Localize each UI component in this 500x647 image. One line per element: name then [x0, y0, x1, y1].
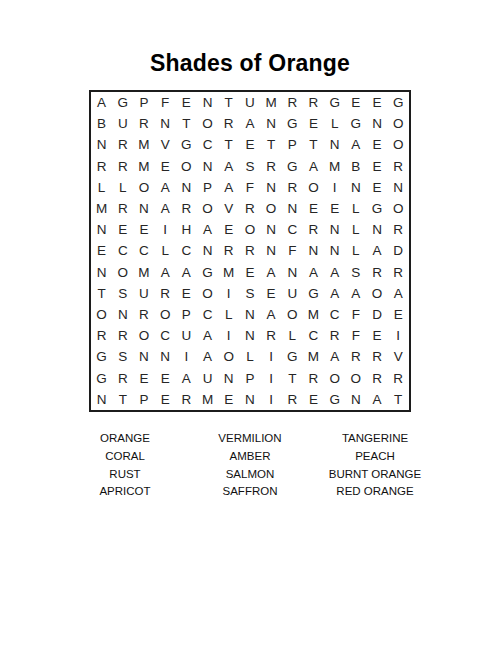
- grid-cell-r6c15[interactable]: O: [388, 198, 409, 219]
- grid-cell-r3c15[interactable]: O: [388, 134, 409, 155]
- grid-cell-r4c11[interactable]: A: [303, 156, 324, 177]
- grid-cell-r3c12[interactable]: N: [324, 134, 345, 155]
- grid-cell-r14c7[interactable]: N: [218, 367, 239, 388]
- grid-cell-r8c9[interactable]: N: [261, 240, 282, 261]
- grid-cell-r2c4[interactable]: N: [155, 113, 176, 134]
- grid-cell-r8c2[interactable]: C: [112, 240, 133, 261]
- grid-cell-r7c9[interactable]: N: [261, 219, 282, 240]
- grid-cell-r13c6[interactable]: A: [197, 346, 218, 367]
- grid-cell-r4c8[interactable]: S: [239, 156, 260, 177]
- grid-cell-r13c2[interactable]: S: [112, 346, 133, 367]
- grid-cell-r14c11[interactable]: R: [303, 367, 324, 388]
- grid-cell-r9c2[interactable]: O: [112, 262, 133, 283]
- grid-cell-r5c2[interactable]: L: [112, 177, 133, 198]
- grid-cell-r6c6[interactable]: O: [197, 198, 218, 219]
- grid-cell-r10c9[interactable]: E: [261, 283, 282, 304]
- grid-cell-r7c15[interactable]: R: [388, 219, 409, 240]
- grid-cell-r4c7[interactable]: A: [218, 156, 239, 177]
- grid-cell-r6c10[interactable]: N: [282, 198, 303, 219]
- grid-cell-r5c3[interactable]: O: [133, 177, 154, 198]
- grid-cell-r4c13[interactable]: B: [345, 156, 366, 177]
- grid-cell-r1c8[interactable]: U: [239, 92, 260, 113]
- grid-cell-r12c14[interactable]: E: [366, 325, 387, 346]
- grid-cell-r3c10[interactable]: P: [282, 134, 303, 155]
- grid-cell-r11c2[interactable]: N: [112, 304, 133, 325]
- grid-cell-r5c15[interactable]: N: [388, 177, 409, 198]
- grid-cell-r1c3[interactable]: P: [133, 92, 154, 113]
- grid-cell-r13c11[interactable]: M: [303, 346, 324, 367]
- grid-cell-r7c2[interactable]: E: [112, 219, 133, 240]
- grid-cell-r2c3[interactable]: R: [133, 113, 154, 134]
- grid-cell-r11c10[interactable]: O: [282, 304, 303, 325]
- grid-cell-r1c5[interactable]: E: [176, 92, 197, 113]
- grid-cell-r14c5[interactable]: A: [176, 367, 197, 388]
- grid-cell-r7c10[interactable]: C: [282, 219, 303, 240]
- grid-cell-r10c5[interactable]: E: [176, 283, 197, 304]
- grid-cell-r2c9[interactable]: N: [261, 113, 282, 134]
- word-list-column-3: TANGERINEPEACHBURNT ORANGERED ORANGE: [313, 430, 438, 501]
- grid-cell-r11c8[interactable]: N: [239, 304, 260, 325]
- grid-cell-r3c14[interactable]: E: [366, 134, 387, 155]
- grid-cell-r7c12[interactable]: N: [324, 219, 345, 240]
- grid-cell-r2c12[interactable]: L: [324, 113, 345, 134]
- grid-cell-r12c1[interactable]: R: [91, 325, 112, 346]
- grid-cell-r7c1[interactable]: N: [91, 219, 112, 240]
- grid-cell-r10c4[interactable]: R: [155, 283, 176, 304]
- grid-cell-r7c4[interactable]: I: [155, 219, 176, 240]
- grid-cell-r7c7[interactable]: E: [218, 219, 239, 240]
- word-list-item: VERMILION: [188, 430, 313, 448]
- grid-cell-r11c4[interactable]: O: [155, 304, 176, 325]
- grid-cell-r10c8[interactable]: S: [239, 283, 260, 304]
- grid-cell-r3c6[interactable]: C: [197, 134, 218, 155]
- grid-cell-r10c12[interactable]: A: [324, 283, 345, 304]
- grid-cell-r15c8[interactable]: N: [239, 389, 260, 410]
- word-list-item: CORAL: [63, 448, 188, 466]
- grid-cell-r14c14[interactable]: R: [366, 367, 387, 388]
- grid-cell-r10c1[interactable]: T: [91, 283, 112, 304]
- grid-cell-r3c5[interactable]: G: [176, 134, 197, 155]
- grid-cell-r8c15[interactable]: D: [388, 240, 409, 261]
- grid-cell-r12c12[interactable]: R: [324, 325, 345, 346]
- grid-cell-r2c8[interactable]: A: [239, 113, 260, 134]
- word-search-grid: AGPFENTUMRRGEEGBURNTORANGELGNONRMVGCTETP…: [89, 90, 411, 412]
- grid-cell-r5c11[interactable]: O: [303, 177, 324, 198]
- grid-cell-r13c1[interactable]: G: [91, 346, 112, 367]
- grid-cell-r4c10[interactable]: G: [282, 156, 303, 177]
- word-list-item: RED ORANGE: [313, 483, 438, 501]
- word-list-item: BURNT ORANGE: [313, 466, 438, 484]
- grid-cell-r2c6[interactable]: O: [197, 113, 218, 134]
- grid-cell-r1c15[interactable]: G: [388, 92, 409, 113]
- grid-cell-r14c13[interactable]: O: [345, 367, 366, 388]
- grid-cell-r3c2[interactable]: R: [112, 134, 133, 155]
- grid-cell-r10c7[interactable]: I: [218, 283, 239, 304]
- grid-cell-r4c2[interactable]: R: [112, 156, 133, 177]
- grid-cell-r7c8[interactable]: O: [239, 219, 260, 240]
- grid-cell-r9c14[interactable]: R: [366, 262, 387, 283]
- grid-cell-r13c9[interactable]: I: [261, 346, 282, 367]
- grid-cell-r2c13[interactable]: G: [345, 113, 366, 134]
- grid-cell-r15c15[interactable]: T: [388, 389, 409, 410]
- grid-cell-r1c2[interactable]: G: [112, 92, 133, 113]
- grid-cell-r1c14[interactable]: E: [366, 92, 387, 113]
- grid-cell-r6c5[interactable]: R: [176, 198, 197, 219]
- grid-cell-r13c13[interactable]: R: [345, 346, 366, 367]
- grid-cell-r8c7[interactable]: R: [218, 240, 239, 261]
- grid-cell-r13c5[interactable]: I: [176, 346, 197, 367]
- grid-cell-r6c4[interactable]: A: [155, 198, 176, 219]
- grid-cell-r10c14[interactable]: O: [366, 283, 387, 304]
- grid-cell-r5c13[interactable]: N: [345, 177, 366, 198]
- grid-cell-r2c7[interactable]: R: [218, 113, 239, 134]
- grid-cell-r14c10[interactable]: T: [282, 367, 303, 388]
- grid-cell-r8c3[interactable]: C: [133, 240, 154, 261]
- grid-cell-r10c3[interactable]: U: [133, 283, 154, 304]
- grid-cell-r12c11[interactable]: C: [303, 325, 324, 346]
- grid-cell-r4c5[interactable]: O: [176, 156, 197, 177]
- grid-cell-r12c4[interactable]: C: [155, 325, 176, 346]
- grid-cell-r10c13[interactable]: A: [345, 283, 366, 304]
- word-list-item: ORANGE: [63, 430, 188, 448]
- grid-cell-r3c4[interactable]: V: [155, 134, 176, 155]
- grid-cell-r3c7[interactable]: T: [218, 134, 239, 155]
- grid-cell-r14c12[interactable]: O: [324, 367, 345, 388]
- grid-cell-r6c14[interactable]: G: [366, 198, 387, 219]
- grid-cell-r9c3[interactable]: M: [133, 262, 154, 283]
- grid-cell-r15c9[interactable]: I: [261, 389, 282, 410]
- grid-cell-r8c10[interactable]: F: [282, 240, 303, 261]
- grid-cell-r13c8[interactable]: L: [239, 346, 260, 367]
- grid-cell-r13c15[interactable]: V: [388, 346, 409, 367]
- grid-cell-r14c3[interactable]: E: [133, 367, 154, 388]
- grid-cell-r15c7[interactable]: E: [218, 389, 239, 410]
- grid-cell-r4c14[interactable]: E: [366, 156, 387, 177]
- grid-cell-r6c11[interactable]: E: [303, 198, 324, 219]
- grid-cell-r6c12[interactable]: E: [324, 198, 345, 219]
- grid-cell-r9c15[interactable]: R: [388, 262, 409, 283]
- grid-cell-r3c13[interactable]: A: [345, 134, 366, 155]
- grid-cell-r14c6[interactable]: U: [197, 367, 218, 388]
- grid-cell-r8c4[interactable]: L: [155, 240, 176, 261]
- grid-cell-r10c2[interactable]: S: [112, 283, 133, 304]
- word-list-item: PEACH: [313, 448, 438, 466]
- grid-cell-r9c5[interactable]: A: [176, 262, 197, 283]
- grid-cell-r4c15[interactable]: R: [388, 156, 409, 177]
- grid-cell-r7c3[interactable]: E: [133, 219, 154, 240]
- grid-cell-r6c8[interactable]: R: [239, 198, 260, 219]
- grid-cell-r7c5[interactable]: H: [176, 219, 197, 240]
- word-list-item: SALMON: [188, 466, 313, 484]
- grid-cell-r5c7[interactable]: A: [218, 177, 239, 198]
- grid-cell-r13c12[interactable]: A: [324, 346, 345, 367]
- grid-cell-r14c2[interactable]: R: [112, 367, 133, 388]
- grid-cell-r12c13[interactable]: F: [345, 325, 366, 346]
- grid-cell-r15c13[interactable]: N: [345, 389, 366, 410]
- grid-cell-r15c4[interactable]: E: [155, 389, 176, 410]
- grid-cell-r3c11[interactable]: T: [303, 134, 324, 155]
- grid-cell-r9c1[interactable]: N: [91, 262, 112, 283]
- grid-cell-r1c10[interactable]: R: [282, 92, 303, 113]
- grid-cell-r7c11[interactable]: R: [303, 219, 324, 240]
- word-list: ORANGECORALRUSTAPRICOTVERMILIONAMBERSALM…: [63, 430, 438, 501]
- grid-cell-r5c6[interactable]: P: [197, 177, 218, 198]
- word-list-column-2: VERMILIONAMBERSALMONSAFFRON: [188, 430, 313, 501]
- grid-cell-r2c14[interactable]: N: [366, 113, 387, 134]
- grid-cell-r14c8[interactable]: P: [239, 367, 260, 388]
- grid-cell-r12c2[interactable]: R: [112, 325, 133, 346]
- grid-cell-r7c13[interactable]: L: [345, 219, 366, 240]
- grid-cell-r13c3[interactable]: N: [133, 346, 154, 367]
- grid-cell-r8c1[interactable]: E: [91, 240, 112, 261]
- grid-cell-r2c10[interactable]: G: [282, 113, 303, 134]
- grid-cell-r2c11[interactable]: E: [303, 113, 324, 134]
- grid-cell-r7c6[interactable]: A: [197, 219, 218, 240]
- grid-cell-r9c4[interactable]: A: [155, 262, 176, 283]
- grid-cell-r1c12[interactable]: G: [324, 92, 345, 113]
- grid-cell-r2c15[interactable]: O: [388, 113, 409, 134]
- word-list-item: RUST: [63, 466, 188, 484]
- grid-cell-r4c6[interactable]: N: [197, 156, 218, 177]
- grid-cell-r11c13[interactable]: F: [345, 304, 366, 325]
- grid-cell-r12c10[interactable]: L: [282, 325, 303, 346]
- grid-cell-r6c1[interactable]: M: [91, 198, 112, 219]
- grid-cell-r11c6[interactable]: C: [197, 304, 218, 325]
- grid-cell-r1c13[interactable]: E: [345, 92, 366, 113]
- grid-cell-r12c3[interactable]: O: [133, 325, 154, 346]
- grid-cell-r14c9[interactable]: I: [261, 367, 282, 388]
- grid-cell-r10c11[interactable]: G: [303, 283, 324, 304]
- grid-cell-r15c2[interactable]: T: [112, 389, 133, 410]
- grid-cell-r1c11[interactable]: R: [303, 92, 324, 113]
- grid-cell-r4c4[interactable]: E: [155, 156, 176, 177]
- grid-cell-r10c15[interactable]: A: [388, 283, 409, 304]
- grid-cell-r13c10[interactable]: G: [282, 346, 303, 367]
- grid-cell-r9c11[interactable]: A: [303, 262, 324, 283]
- grid-cell-r8c14[interactable]: A: [366, 240, 387, 261]
- grid-cell-r11c3[interactable]: R: [133, 304, 154, 325]
- grid-cell-r11c15[interactable]: E: [388, 304, 409, 325]
- grid-cell-r14c1[interactable]: G: [91, 367, 112, 388]
- grid-cell-r11c7[interactable]: L: [218, 304, 239, 325]
- grid-cell-r5c14[interactable]: E: [366, 177, 387, 198]
- grid-cell-r10c6[interactable]: O: [197, 283, 218, 304]
- grid-cell-r7c14[interactable]: N: [366, 219, 387, 240]
- grid-cell-r15c10[interactable]: R: [282, 389, 303, 410]
- grid-cell-r5c4[interactable]: A: [155, 177, 176, 198]
- grid-cell-r11c11[interactable]: M: [303, 304, 324, 325]
- grid-cell-r11c9[interactable]: A: [261, 304, 282, 325]
- grid-cell-r6c7[interactable]: V: [218, 198, 239, 219]
- grid-cell-r12c15[interactable]: I: [388, 325, 409, 346]
- grid-cell-r9c6[interactable]: G: [197, 262, 218, 283]
- grid-cell-r15c5[interactable]: R: [176, 389, 197, 410]
- grid-cell-r9c8[interactable]: E: [239, 262, 260, 283]
- grid-cell-r2c5[interactable]: T: [176, 113, 197, 134]
- grid-cell-r1c1[interactable]: A: [91, 92, 112, 113]
- grid-cell-r11c1[interactable]: O: [91, 304, 112, 325]
- grid-cell-r8c11[interactable]: N: [303, 240, 324, 261]
- grid-cell-r8c12[interactable]: N: [324, 240, 345, 261]
- grid-cell-r11c12[interactable]: C: [324, 304, 345, 325]
- grid-cell-r5c9[interactable]: N: [261, 177, 282, 198]
- grid-cell-r12c6[interactable]: A: [197, 325, 218, 346]
- grid-cell-r5c12[interactable]: I: [324, 177, 345, 198]
- grid-cell-r15c3[interactable]: P: [133, 389, 154, 410]
- word-list-item: AMBER: [188, 448, 313, 466]
- grid-cell-r15c1[interactable]: N: [91, 389, 112, 410]
- grid-cell-r1c6[interactable]: N: [197, 92, 218, 113]
- grid-cell-r12c9[interactable]: R: [261, 325, 282, 346]
- grid-cell-r9c10[interactable]: N: [282, 262, 303, 283]
- grid-cell-r8c5[interactable]: C: [176, 240, 197, 261]
- grid-cell-r6c2[interactable]: R: [112, 198, 133, 219]
- grid-cell-r1c9[interactable]: M: [261, 92, 282, 113]
- grid-cell-r15c12[interactable]: G: [324, 389, 345, 410]
- grid-cell-r11c14[interactable]: D: [366, 304, 387, 325]
- grid-cell-r8c8[interactable]: R: [239, 240, 260, 261]
- grid-cell-r12c5[interactable]: U: [176, 325, 197, 346]
- grid-cell-r3c1[interactable]: N: [91, 134, 112, 155]
- grid-cell-r1c7[interactable]: T: [218, 92, 239, 113]
- grid-cell-r6c9[interactable]: O: [261, 198, 282, 219]
- grid-cell-r12c8[interactable]: N: [239, 325, 260, 346]
- grid-cell-r1c4[interactable]: F: [155, 92, 176, 113]
- puzzle-title: Shades of Orange: [0, 0, 500, 77]
- grid-cell-r2c1[interactable]: B: [91, 113, 112, 134]
- grid-cell-r13c7[interactable]: O: [218, 346, 239, 367]
- grid-cell-r9c13[interactable]: S: [345, 262, 366, 283]
- word-list-item: SAFFRON: [188, 483, 313, 501]
- grid-cell-r4c1[interactable]: R: [91, 156, 112, 177]
- grid-cell-r5c8[interactable]: F: [239, 177, 260, 198]
- grid-cell-r3c9[interactable]: T: [261, 134, 282, 155]
- grid-cell-r15c14[interactable]: A: [366, 389, 387, 410]
- grid-cell-r6c13[interactable]: L: [345, 198, 366, 219]
- word-list-item: APRICOT: [63, 483, 188, 501]
- grid-cell-r5c10[interactable]: R: [282, 177, 303, 198]
- grid-cell-r9c12[interactable]: A: [324, 262, 345, 283]
- grid-cell-r9c9[interactable]: A: [261, 262, 282, 283]
- grid-cell-r9c7[interactable]: M: [218, 262, 239, 283]
- grid-cell-r13c4[interactable]: N: [155, 346, 176, 367]
- grid-cell-r10c10[interactable]: U: [282, 283, 303, 304]
- grid-cell-r4c9[interactable]: R: [261, 156, 282, 177]
- word-list-item: TANGERINE: [313, 430, 438, 448]
- grid-cell-r13c14[interactable]: R: [366, 346, 387, 367]
- word-list-column-1: ORANGECORALRUSTAPRICOT: [63, 430, 188, 501]
- grid-cell-r3c8[interactable]: E: [239, 134, 260, 155]
- grid-cell-r14c4[interactable]: E: [155, 367, 176, 388]
- grid-cell-r4c12[interactable]: M: [324, 156, 345, 177]
- grid-cell-r12c7[interactable]: I: [218, 325, 239, 346]
- grid-cell-r11c5[interactable]: P: [176, 304, 197, 325]
- grid-cell-r5c1[interactable]: L: [91, 177, 112, 198]
- grid-cell-r4c3[interactable]: M: [133, 156, 154, 177]
- grid-cell-r6c3[interactable]: N: [133, 198, 154, 219]
- grid-cell-r15c11[interactable]: E: [303, 389, 324, 410]
- grid-cell-r5c5[interactable]: N: [176, 177, 197, 198]
- grid-cell-r8c13[interactable]: L: [345, 240, 366, 261]
- grid-cell-r3c3[interactable]: M: [133, 134, 154, 155]
- word-search-worksheet: Shades of Orange AGPFENTUMRRGEEGBURNTORA…: [0, 0, 500, 647]
- grid-cell-r14c15[interactable]: R: [388, 367, 409, 388]
- grid-cell-r2c2[interactable]: U: [112, 113, 133, 134]
- grid-cell-r8c6[interactable]: N: [197, 240, 218, 261]
- grid-cell-r15c6[interactable]: M: [197, 389, 218, 410]
